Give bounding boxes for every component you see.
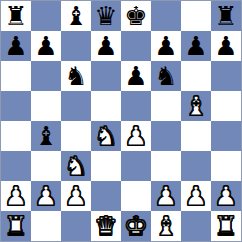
white-pawn-piece[interactable]: ♟ [184, 181, 207, 211]
square-g8[interactable] [181, 1, 211, 31]
white-king-piece[interactable]: ♚ [124, 211, 147, 241]
black-rook-piece[interactable]: ♜ [4, 1, 27, 31]
square-b4[interactable]: ♝ [31, 121, 61, 151]
square-b5[interactable] [31, 91, 61, 121]
square-d3[interactable] [91, 151, 121, 181]
white-queen-piece[interactable]: ♛ [94, 211, 117, 241]
chess-board: ♜♝♛♚♜♟♟♟♟♟♟♞♟♞♝♝♞♟♞♟♟♟♟♟♟♜♛♚♝♜ [0, 0, 242, 242]
square-e7[interactable] [121, 31, 151, 61]
square-b7[interactable]: ♟ [31, 31, 61, 61]
square-d6[interactable] [91, 61, 121, 91]
square-g6[interactable] [181, 61, 211, 91]
square-e3[interactable] [121, 151, 151, 181]
square-c6[interactable]: ♞ [61, 61, 91, 91]
square-g2[interactable]: ♟ [181, 181, 211, 211]
square-a8[interactable]: ♜ [1, 1, 31, 31]
square-f2[interactable]: ♟ [151, 181, 181, 211]
white-knight-piece[interactable]: ♞ [94, 121, 117, 151]
black-rook-piece[interactable]: ♜ [214, 1, 237, 31]
black-knight-piece[interactable]: ♞ [64, 61, 87, 91]
black-queen-piece[interactable]: ♛ [94, 1, 117, 31]
white-pawn-piece[interactable]: ♟ [64, 181, 87, 211]
square-f8[interactable] [151, 1, 181, 31]
square-c8[interactable]: ♝ [61, 1, 91, 31]
white-rook-piece[interactable]: ♜ [4, 211, 27, 241]
square-c5[interactable] [61, 91, 91, 121]
square-d8[interactable]: ♛ [91, 1, 121, 31]
square-h1[interactable]: ♜ [211, 211, 241, 241]
square-g3[interactable] [181, 151, 211, 181]
white-bishop-piece[interactable]: ♝ [154, 211, 177, 241]
black-pawn-piece[interactable]: ♟ [124, 61, 147, 91]
square-h5[interactable] [211, 91, 241, 121]
black-pawn-piece[interactable]: ♟ [34, 31, 57, 61]
black-knight-piece[interactable]: ♞ [154, 61, 177, 91]
white-rook-piece[interactable]: ♜ [214, 211, 237, 241]
black-bishop-piece[interactable]: ♝ [34, 121, 57, 151]
square-a1[interactable]: ♜ [1, 211, 31, 241]
black-bishop-piece[interactable]: ♝ [64, 1, 87, 31]
square-f3[interactable] [151, 151, 181, 181]
square-c3[interactable]: ♞ [61, 151, 91, 181]
square-c2[interactable]: ♟ [61, 181, 91, 211]
black-pawn-piece[interactable]: ♟ [214, 31, 237, 61]
square-g1[interactable] [181, 211, 211, 241]
square-e6[interactable]: ♟ [121, 61, 151, 91]
square-a5[interactable] [1, 91, 31, 121]
square-e8[interactable]: ♚ [121, 1, 151, 31]
white-pawn-piece[interactable]: ♟ [154, 181, 177, 211]
square-d5[interactable] [91, 91, 121, 121]
white-pawn-piece[interactable]: ♟ [124, 121, 147, 151]
square-d1[interactable]: ♛ [91, 211, 121, 241]
square-c7[interactable] [61, 31, 91, 61]
square-a4[interactable] [1, 121, 31, 151]
square-f1[interactable]: ♝ [151, 211, 181, 241]
square-f5[interactable] [151, 91, 181, 121]
square-a6[interactable] [1, 61, 31, 91]
black-pawn-piece[interactable]: ♟ [94, 31, 117, 61]
square-a2[interactable]: ♟ [1, 181, 31, 211]
square-b6[interactable] [31, 61, 61, 91]
square-f4[interactable] [151, 121, 181, 151]
white-pawn-piece[interactable]: ♟ [214, 181, 237, 211]
square-b8[interactable] [31, 1, 61, 31]
square-d7[interactable]: ♟ [91, 31, 121, 61]
square-c1[interactable] [61, 211, 91, 241]
square-e2[interactable] [121, 181, 151, 211]
square-h4[interactable] [211, 121, 241, 151]
square-h6[interactable] [211, 61, 241, 91]
square-a7[interactable]: ♟ [1, 31, 31, 61]
square-f7[interactable]: ♟ [151, 31, 181, 61]
square-d4[interactable]: ♞ [91, 121, 121, 151]
white-pawn-piece[interactable]: ♟ [34, 181, 57, 211]
black-pawn-piece[interactable]: ♟ [4, 31, 27, 61]
square-a3[interactable] [1, 151, 31, 181]
white-bishop-piece[interactable]: ♝ [184, 91, 207, 121]
square-e5[interactable] [121, 91, 151, 121]
square-b3[interactable] [31, 151, 61, 181]
square-e4[interactable]: ♟ [121, 121, 151, 151]
square-g5[interactable]: ♝ [181, 91, 211, 121]
white-pawn-piece[interactable]: ♟ [4, 181, 27, 211]
square-h3[interactable] [211, 151, 241, 181]
square-h8[interactable]: ♜ [211, 1, 241, 31]
square-h7[interactable]: ♟ [211, 31, 241, 61]
square-d2[interactable] [91, 181, 121, 211]
black-king-piece[interactable]: ♚ [124, 1, 147, 31]
square-b2[interactable]: ♟ [31, 181, 61, 211]
square-h2[interactable]: ♟ [211, 181, 241, 211]
square-b1[interactable] [31, 211, 61, 241]
square-g7[interactable]: ♟ [181, 31, 211, 61]
black-pawn-piece[interactable]: ♟ [154, 31, 177, 61]
square-c4[interactable] [61, 121, 91, 151]
white-knight-piece[interactable]: ♞ [64, 151, 87, 181]
square-g4[interactable] [181, 121, 211, 151]
square-f6[interactable]: ♞ [151, 61, 181, 91]
square-e1[interactable]: ♚ [121, 211, 151, 241]
black-pawn-piece[interactable]: ♟ [184, 31, 207, 61]
